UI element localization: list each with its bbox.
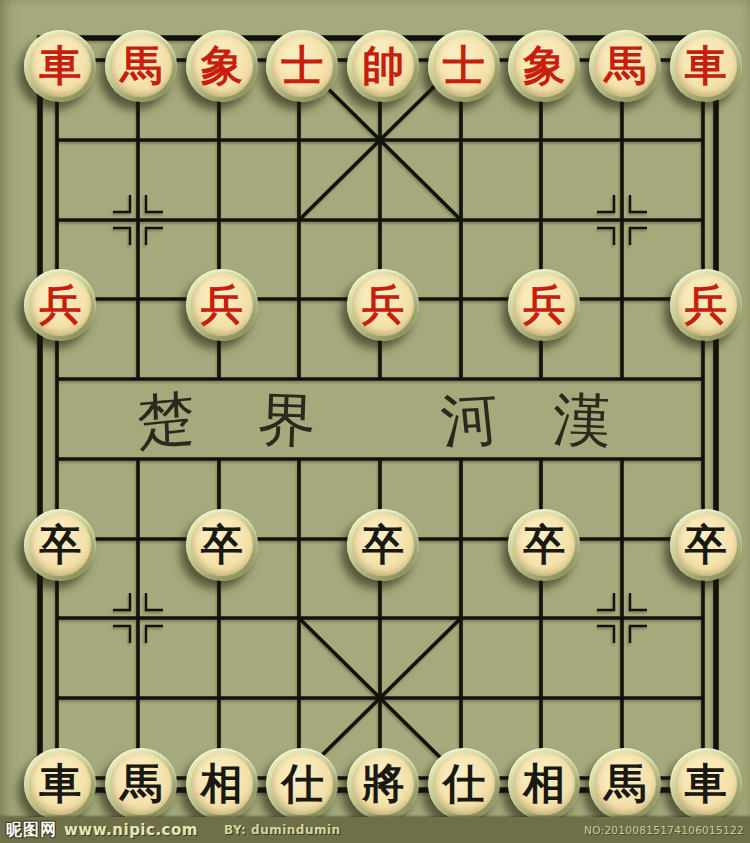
piece-glyph: 兵 (362, 284, 404, 326)
piece-glyph: 士 (443, 45, 485, 87)
piece-red-chariot-left[interactable]: 車 (24, 30, 96, 102)
piece-red-chariot-right[interactable]: 車 (670, 30, 742, 102)
piece-red-soldier-5[interactable]: 兵 (670, 269, 742, 341)
piece-red-soldier-3[interactable]: 兵 (347, 269, 419, 341)
piece-red-advisor-right[interactable]: 士 (428, 30, 500, 102)
piece-glyph: 兵 (523, 284, 565, 326)
watermark-byline: BY: dumindumin (224, 823, 341, 837)
piece-black-soldier-1[interactable]: 卒 (24, 509, 96, 581)
piece-red-advisor-left[interactable]: 士 (266, 30, 338, 102)
piece-glyph: 車 (39, 763, 81, 805)
piece-black-soldier-5[interactable]: 卒 (670, 509, 742, 581)
piece-black-general[interactable]: 將 (347, 748, 419, 820)
piece-glyph: 象 (201, 45, 243, 87)
piece-glyph: 士 (281, 45, 323, 87)
piece-glyph: 相 (523, 763, 565, 805)
watermark-url: www.nipic.com (64, 821, 198, 839)
piece-glyph: 車 (685, 45, 727, 87)
piece-glyph: 卒 (523, 524, 565, 566)
piece-glyph: 馬 (120, 45, 162, 87)
nipic-logo: 昵图网 (6, 820, 57, 841)
piece-black-elephant-left[interactable]: 相 (186, 748, 258, 820)
piece-glyph: 帥 (362, 45, 404, 87)
piece-red-soldier-2[interactable]: 兵 (186, 269, 258, 341)
piece-red-horse-right[interactable]: 馬 (589, 30, 661, 102)
piece-glyph: 兵 (201, 284, 243, 326)
xiangqi-board: 楚 界 河 漢 車馬象士帥士象馬車兵兵兵兵兵卒卒卒卒卒車馬相仕將仕相馬車 昵图网… (0, 0, 750, 843)
piece-black-horse-right[interactable]: 馬 (589, 748, 661, 820)
piece-glyph: 象 (523, 45, 565, 87)
piece-black-advisor-left[interactable]: 仕 (266, 748, 338, 820)
piece-glyph: 仕 (443, 763, 485, 805)
piece-black-advisor-right[interactable]: 仕 (428, 748, 500, 820)
piece-red-horse-left[interactable]: 馬 (105, 30, 177, 102)
piece-black-soldier-2[interactable]: 卒 (186, 509, 258, 581)
piece-glyph: 車 (39, 45, 81, 87)
piece-black-soldier-4[interactable]: 卒 (508, 509, 580, 581)
piece-red-elephant-left[interactable]: 象 (186, 30, 258, 102)
piece-black-horse-left[interactable]: 馬 (105, 748, 177, 820)
piece-red-elephant-right[interactable]: 象 (508, 30, 580, 102)
piece-black-chariot-right[interactable]: 車 (670, 748, 742, 820)
piece-glyph: 卒 (362, 524, 404, 566)
watermark-serial: NO:20100815174106015122 (584, 824, 744, 836)
piece-glyph: 相 (201, 763, 243, 805)
piece-red-general[interactable]: 帥 (347, 30, 419, 102)
piece-glyph: 馬 (604, 45, 646, 87)
board-grid: 車馬象士帥士象馬車兵兵兵兵兵卒卒卒卒卒車馬相仕將仕相馬車 (17, 20, 743, 818)
piece-glyph: 馬 (604, 763, 646, 805)
piece-black-soldier-3[interactable]: 卒 (347, 509, 419, 581)
watermark-bar: 昵图网 www.nipic.com BY: dumindumin NO:2010… (0, 817, 750, 843)
piece-glyph: 卒 (685, 524, 727, 566)
piece-glyph: 兵 (39, 284, 81, 326)
piece-glyph: 卒 (39, 524, 81, 566)
piece-glyph: 馬 (120, 763, 162, 805)
piece-glyph: 兵 (685, 284, 727, 326)
piece-black-elephant-right[interactable]: 相 (508, 748, 580, 820)
piece-glyph: 將 (362, 763, 404, 805)
piece-red-soldier-4[interactable]: 兵 (508, 269, 580, 341)
piece-black-chariot-left[interactable]: 車 (24, 748, 96, 820)
piece-red-soldier-1[interactable]: 兵 (24, 269, 96, 341)
piece-glyph: 車 (685, 763, 727, 805)
piece-glyph: 卒 (201, 524, 243, 566)
piece-glyph: 仕 (281, 763, 323, 805)
